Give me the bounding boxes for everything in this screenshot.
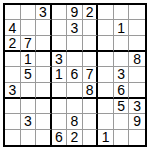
cell-r4c3[interactable] [36, 52, 52, 67]
cell-r8c9[interactable]: 9 [129, 114, 145, 129]
cell-r9c7[interactable]: 1 [98, 130, 114, 145]
cell-r9c8[interactable] [114, 130, 130, 145]
cell-r1c6[interactable]: 2 [83, 5, 99, 20]
cell-r7c7[interactable] [98, 99, 114, 114]
cell-r9c4[interactable]: 6 [52, 130, 68, 145]
cell-r9c3[interactable] [36, 130, 52, 145]
cell-r6c2[interactable] [21, 83, 37, 99]
cell-r9c1[interactable] [5, 130, 21, 145]
cell-r1c3[interactable]: 3 [36, 5, 52, 20]
cell-r3c1[interactable]: 2 [5, 36, 21, 52]
cell-r2c2[interactable] [21, 20, 37, 35]
cell-r5c9[interactable] [129, 67, 145, 82]
cell-r7c4[interactable] [52, 99, 68, 114]
cell-r7c3[interactable] [36, 99, 52, 114]
cell-r7c2[interactable] [21, 99, 37, 114]
cell-r8c7[interactable] [98, 114, 114, 129]
sudoku-board: 392431271385167338653389621 [3, 3, 147, 147]
cell-r2c6[interactable] [83, 20, 99, 35]
cell-r5c3[interactable] [36, 67, 52, 82]
cell-r9c2[interactable] [21, 130, 37, 145]
cell-r3c6[interactable] [83, 36, 99, 52]
cell-r5c8[interactable]: 3 [114, 67, 130, 82]
cell-r6c5[interactable] [67, 83, 83, 99]
cell-r7c8[interactable]: 5 [114, 99, 130, 114]
cell-r6c3[interactable] [36, 83, 52, 99]
cell-r6c7[interactable] [98, 83, 114, 99]
cell-r8c3[interactable] [36, 114, 52, 129]
cell-r5c1[interactable] [5, 67, 21, 82]
cell-r2c8[interactable]: 1 [114, 20, 130, 35]
cell-r4c8[interactable] [114, 52, 130, 67]
cell-r2c1[interactable]: 4 [5, 20, 21, 35]
cell-r1c8[interactable] [114, 5, 130, 20]
cell-r7c6[interactable] [83, 99, 99, 114]
cell-r8c6[interactable] [83, 114, 99, 129]
cell-r2c3[interactable] [36, 20, 52, 35]
cell-r9c9[interactable] [129, 130, 145, 145]
cell-r9c5[interactable]: 2 [67, 130, 83, 145]
cell-r5c2[interactable]: 5 [21, 67, 37, 82]
cell-r2c5[interactable]: 3 [67, 20, 83, 35]
cell-r8c2[interactable]: 3 [21, 114, 37, 129]
cell-r3c3[interactable] [36, 36, 52, 52]
cell-r1c5[interactable]: 9 [67, 5, 83, 20]
cell-r4c6[interactable] [83, 52, 99, 67]
cell-r1c1[interactable] [5, 5, 21, 20]
cell-r4c5[interactable] [67, 52, 83, 67]
cell-r2c9[interactable] [129, 20, 145, 35]
cell-r4c1[interactable] [5, 52, 21, 67]
cell-r7c1[interactable] [5, 99, 21, 114]
cell-r8c4[interactable] [52, 114, 68, 129]
cell-r1c7[interactable] [98, 5, 114, 20]
cell-r3c4[interactable] [52, 36, 68, 52]
cell-r4c7[interactable] [98, 52, 114, 67]
sudoku-page: 392431271385167338653389621 [0, 0, 150, 150]
cell-r5c4[interactable]: 1 [52, 67, 68, 82]
cell-r8c5[interactable]: 8 [67, 114, 83, 129]
cell-r8c1[interactable] [5, 114, 21, 129]
cell-r1c2[interactable] [21, 5, 37, 20]
cell-r5c6[interactable]: 7 [83, 67, 99, 82]
cell-r6c6[interactable]: 8 [83, 83, 99, 99]
cell-r4c2[interactable]: 1 [21, 52, 37, 67]
cell-r6c9[interactable] [129, 83, 145, 99]
cell-r1c4[interactable] [52, 5, 68, 20]
cell-r2c4[interactable] [52, 20, 68, 35]
cell-r3c9[interactable] [129, 36, 145, 52]
cell-r9c6[interactable] [83, 130, 99, 145]
cell-r3c5[interactable] [67, 36, 83, 52]
cell-r3c2[interactable]: 7 [21, 36, 37, 52]
cell-r1c9[interactable] [129, 5, 145, 20]
cell-r2c7[interactable] [98, 20, 114, 35]
cell-r8c8[interactable] [114, 114, 130, 129]
cell-r4c4[interactable]: 3 [52, 52, 68, 67]
cell-r5c7[interactable] [98, 67, 114, 82]
cell-r3c7[interactable] [98, 36, 114, 52]
cell-r6c1[interactable]: 3 [5, 83, 21, 99]
cell-r7c5[interactable] [67, 99, 83, 114]
cell-r4c9[interactable]: 8 [129, 52, 145, 67]
cell-r7c9[interactable]: 3 [129, 99, 145, 114]
cell-r6c8[interactable]: 6 [114, 83, 130, 99]
cell-r3c8[interactable] [114, 36, 130, 52]
cell-r5c5[interactable]: 6 [67, 67, 83, 82]
cell-r6c4[interactable] [52, 83, 68, 99]
